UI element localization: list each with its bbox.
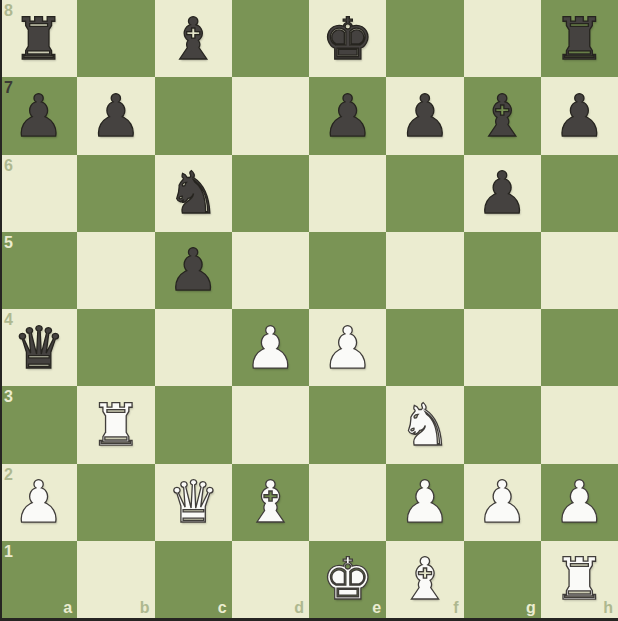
square-h5[interactable] <box>541 232 618 309</box>
square-c3[interactable] <box>155 386 232 463</box>
square-g7[interactable]: ♝ <box>464 77 541 154</box>
square-d4[interactable]: ♟ <box>232 309 309 386</box>
piece-black-pawn[interactable]: ♟ <box>541 77 618 154</box>
rank-label-3: 3 <box>4 388 13 406</box>
square-f6[interactable] <box>386 155 463 232</box>
piece-black-pawn[interactable]: ♟ <box>155 232 232 309</box>
square-d1[interactable]: d <box>232 541 309 618</box>
square-b6[interactable] <box>77 155 154 232</box>
square-g8[interactable] <box>464 0 541 77</box>
square-f4[interactable] <box>386 309 463 386</box>
piece-black-pawn[interactable]: ♟ <box>77 77 154 154</box>
piece-white-pawn[interactable]: ♟ <box>309 309 386 386</box>
square-b8[interactable] <box>77 0 154 77</box>
square-d2[interactable]: ♝ <box>232 464 309 541</box>
square-b1[interactable]: b <box>77 541 154 618</box>
piece-white-pawn[interactable]: ♟ <box>386 464 463 541</box>
piece-white-rook[interactable]: ♜ <box>541 541 618 618</box>
piece-black-king[interactable]: ♚ <box>309 0 386 77</box>
square-h3[interactable] <box>541 386 618 463</box>
rank-label-6: 6 <box>4 157 13 175</box>
square-c5[interactable]: ♟ <box>155 232 232 309</box>
file-label-c: c <box>218 599 227 617</box>
piece-white-king[interactable]: ♚ <box>309 541 386 618</box>
piece-white-rook[interactable]: ♜ <box>77 386 154 463</box>
square-e2[interactable] <box>309 464 386 541</box>
square-c8[interactable]: ♝ <box>155 0 232 77</box>
square-h8[interactable]: ♜ <box>541 0 618 77</box>
square-h6[interactable] <box>541 155 618 232</box>
piece-white-bishop[interactable]: ♝ <box>232 464 309 541</box>
piece-black-pawn[interactable]: ♟ <box>464 155 541 232</box>
square-h1[interactable]: h♜ <box>541 541 618 618</box>
rank-label-1: 1 <box>4 543 13 561</box>
square-a5[interactable]: 5 <box>0 232 77 309</box>
square-b5[interactable] <box>77 232 154 309</box>
piece-black-knight[interactable]: ♞ <box>155 155 232 232</box>
piece-black-pawn[interactable]: ♟ <box>0 77 77 154</box>
chess-app-window: 8♜♝♚♜7♟♟♟♟♝♟6♞♟5♟4♛♟♟3♜♞2♟♛♝♟♟♟1abcde♚f♝… <box>0 0 618 621</box>
piece-white-pawn[interactable]: ♟ <box>464 464 541 541</box>
square-g2[interactable]: ♟ <box>464 464 541 541</box>
square-c7[interactable] <box>155 77 232 154</box>
square-a4[interactable]: 4♛ <box>0 309 77 386</box>
window-left-edge <box>0 0 2 621</box>
square-a8[interactable]: 8♜ <box>0 0 77 77</box>
square-d8[interactable] <box>232 0 309 77</box>
piece-white-pawn[interactable]: ♟ <box>232 309 309 386</box>
square-a6[interactable]: 6 <box>0 155 77 232</box>
square-a3[interactable]: 3 <box>0 386 77 463</box>
square-d7[interactable] <box>232 77 309 154</box>
square-e8[interactable]: ♚ <box>309 0 386 77</box>
square-b4[interactable] <box>77 309 154 386</box>
square-g6[interactable]: ♟ <box>464 155 541 232</box>
square-h7[interactable]: ♟ <box>541 77 618 154</box>
piece-white-pawn[interactable]: ♟ <box>541 464 618 541</box>
square-g5[interactable] <box>464 232 541 309</box>
chess-board[interactable]: 8♜♝♚♜7♟♟♟♟♝♟6♞♟5♟4♛♟♟3♜♞2♟♛♝♟♟♟1abcde♚f♝… <box>0 0 618 618</box>
square-f8[interactable] <box>386 0 463 77</box>
square-e5[interactable] <box>309 232 386 309</box>
square-a1[interactable]: 1a <box>0 541 77 618</box>
rank-label-5: 5 <box>4 234 13 252</box>
square-h4[interactable] <box>541 309 618 386</box>
piece-white-knight[interactable]: ♞ <box>386 386 463 463</box>
square-f1[interactable]: f♝ <box>386 541 463 618</box>
piece-white-queen[interactable]: ♛ <box>155 464 232 541</box>
square-c1[interactable]: c <box>155 541 232 618</box>
piece-black-rook[interactable]: ♜ <box>0 0 77 77</box>
square-d3[interactable] <box>232 386 309 463</box>
square-d6[interactable] <box>232 155 309 232</box>
piece-white-pawn[interactable]: ♟ <box>0 464 77 541</box>
file-label-d: d <box>294 599 304 617</box>
square-e3[interactable] <box>309 386 386 463</box>
file-label-a: a <box>63 599 72 617</box>
square-c6[interactable]: ♞ <box>155 155 232 232</box>
piece-black-queen[interactable]: ♛ <box>0 309 77 386</box>
piece-white-bishop[interactable]: ♝ <box>386 541 463 618</box>
square-a2[interactable]: 2♟ <box>0 464 77 541</box>
square-g4[interactable] <box>464 309 541 386</box>
square-a7[interactable]: 7♟ <box>0 77 77 154</box>
square-h2[interactable]: ♟ <box>541 464 618 541</box>
square-b2[interactable] <box>77 464 154 541</box>
piece-black-pawn[interactable]: ♟ <box>386 77 463 154</box>
square-b7[interactable]: ♟ <box>77 77 154 154</box>
file-label-g: g <box>526 599 536 617</box>
square-f5[interactable] <box>386 232 463 309</box>
square-e1[interactable]: e♚ <box>309 541 386 618</box>
square-f2[interactable]: ♟ <box>386 464 463 541</box>
square-e4[interactable]: ♟ <box>309 309 386 386</box>
square-f3[interactable]: ♞ <box>386 386 463 463</box>
piece-black-bishop[interactable]: ♝ <box>155 0 232 77</box>
piece-black-pawn[interactable]: ♟ <box>309 77 386 154</box>
square-c2[interactable]: ♛ <box>155 464 232 541</box>
square-e6[interactable] <box>309 155 386 232</box>
square-g1[interactable]: g <box>464 541 541 618</box>
square-f7[interactable]: ♟ <box>386 77 463 154</box>
square-b3[interactable]: ♜ <box>77 386 154 463</box>
square-e7[interactable]: ♟ <box>309 77 386 154</box>
square-c4[interactable] <box>155 309 232 386</box>
square-d5[interactable] <box>232 232 309 309</box>
file-label-b: b <box>140 599 150 617</box>
piece-black-rook[interactable]: ♜ <box>541 0 618 77</box>
square-g3[interactable] <box>464 386 541 463</box>
piece-black-bishop[interactable]: ♝ <box>464 77 541 154</box>
